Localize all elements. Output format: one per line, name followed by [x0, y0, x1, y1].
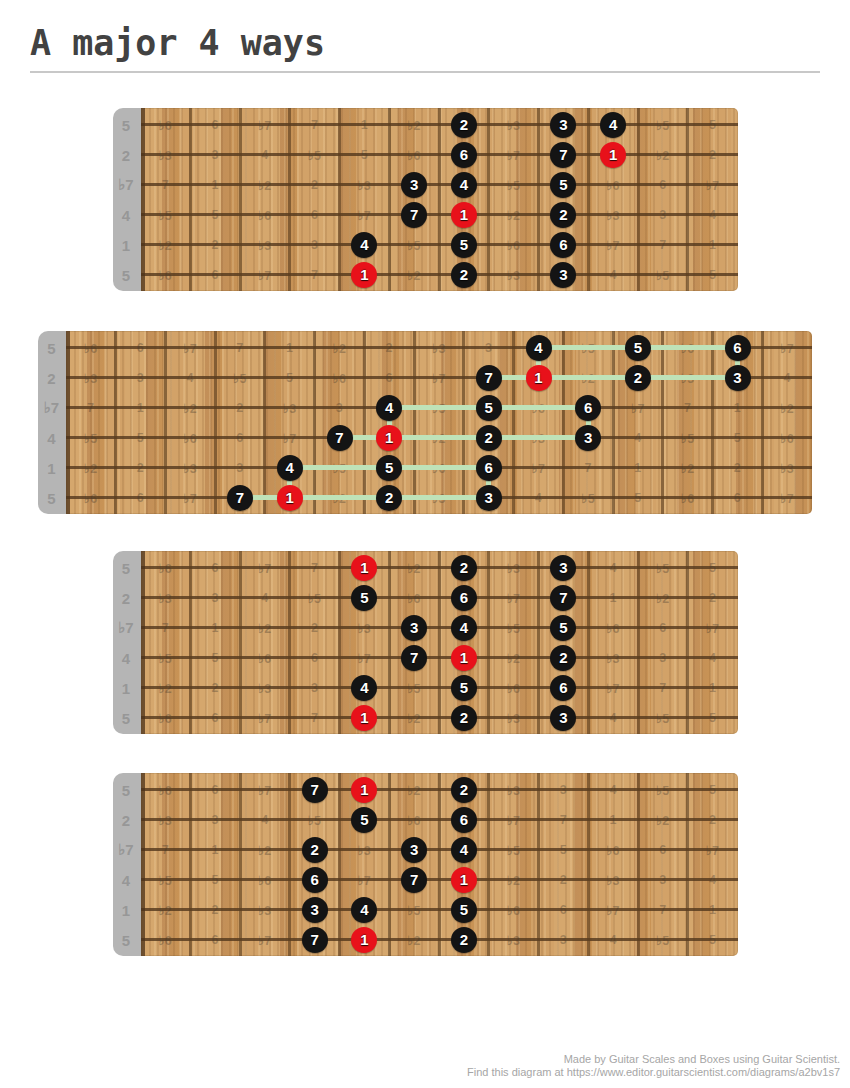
footer: Made by Guitar Scales and Boxes using Gu…	[467, 1053, 840, 1079]
fret-wire	[661, 331, 664, 514]
ghost-interval-label: 4	[634, 431, 641, 445]
open-string-interval-label: 5	[113, 709, 140, 726]
open-string-interval-label: 2	[113, 589, 140, 606]
ghost-interval-label: 3	[211, 591, 218, 605]
open-string-interval-label: 1	[38, 459, 65, 476]
ghost-interval-label: 7	[162, 843, 169, 857]
ghost-interval-label: ♭2	[656, 590, 670, 605]
ghost-interval-label: ♭2	[84, 460, 98, 475]
ghost-interval-label: ♭6	[507, 237, 521, 252]
fret-wire	[239, 108, 242, 291]
scale-note-dot: 7	[302, 927, 328, 953]
scale-note-dot: 7	[401, 867, 427, 893]
scale-note-dot: 2	[376, 485, 402, 511]
ghost-interval-label: ♭2	[656, 812, 670, 827]
ghost-interval-label: ♭2	[656, 147, 670, 162]
fret-wire	[338, 108, 341, 291]
ghost-interval-label: 2	[211, 903, 218, 917]
open-string-interval-label: ♭7	[113, 619, 140, 637]
title-divider	[30, 71, 820, 73]
ghost-interval-label: 4	[609, 561, 616, 575]
ghost-interval-label: 6	[311, 651, 318, 665]
ghost-interval-label: 4	[709, 651, 716, 665]
root-note-dot: 1	[600, 142, 626, 168]
scale-note-dot: 3	[550, 705, 576, 731]
ghost-interval-label: 3	[659, 651, 666, 665]
ghost-interval-label: ♭7	[357, 872, 371, 887]
scale-note-dot: 6	[725, 335, 751, 361]
ghost-interval-label: ♭7	[706, 177, 720, 192]
ghost-interval-label: 5	[137, 431, 144, 445]
ghost-interval-label: 1	[709, 238, 716, 252]
ghost-interval-label: ♭6	[606, 177, 620, 192]
ghost-interval-label: 4	[187, 371, 194, 385]
fret-wire	[438, 551, 441, 734]
ghost-interval-label: ♭5	[656, 782, 670, 797]
ghost-interval-label: 5	[709, 268, 716, 282]
fret-wire	[263, 331, 266, 514]
scale-note-dot: 4	[351, 897, 377, 923]
ghost-interval-label: ♭2	[258, 177, 272, 192]
open-string-interval-label: 5	[113, 116, 140, 133]
ghost-interval-label: ♭6	[158, 117, 172, 132]
scale-note-dot: 3	[401, 837, 427, 863]
ghost-interval-label: ♭2	[407, 560, 421, 575]
ghost-interval-label: ♭5	[656, 267, 670, 282]
ghost-interval-label: ♭3	[158, 812, 172, 827]
root-note-dot: 1	[277, 485, 303, 511]
ghost-interval-label: 5	[634, 491, 641, 505]
scale-note-dot: 5	[550, 172, 576, 198]
ghost-interval-label: 6	[560, 903, 567, 917]
ghost-interval-label: 1	[211, 178, 218, 192]
ghost-interval-label: ♭7	[258, 267, 272, 282]
open-string-interval-label: 5	[113, 266, 140, 283]
open-string-interval-label: ♭7	[113, 841, 140, 859]
fret-wire	[338, 551, 341, 734]
scale-note-dot: 7	[327, 425, 353, 451]
ghost-interval-label: 2	[560, 873, 567, 887]
fret-wire	[637, 551, 640, 734]
nut-line	[141, 773, 145, 956]
ghost-interval-label: ♭7	[432, 370, 446, 385]
ghost-interval-label: ♭5	[507, 842, 521, 857]
ghost-interval-label: 3	[560, 933, 567, 947]
nut-line	[141, 108, 145, 291]
ghost-interval-label: 6	[659, 178, 666, 192]
ghost-interval-label: 7	[311, 561, 318, 575]
ghost-interval-label: ♭7	[258, 560, 272, 575]
scale-note-dot: 6	[451, 807, 477, 833]
open-string-interval-label: 2	[113, 146, 140, 163]
fret-wire	[438, 108, 441, 291]
ghost-interval-label: 7	[236, 341, 243, 355]
fret-wire	[388, 108, 391, 291]
ghost-interval-label: 1	[137, 401, 144, 415]
open-string-interval-label: 1	[113, 901, 140, 918]
ghost-interval-label: ♭6	[158, 560, 172, 575]
ghost-interval-label: ♭6	[258, 872, 272, 887]
scale-note-dot: 7	[476, 365, 502, 391]
ghost-interval-label: ♭2	[507, 650, 521, 665]
ghost-interval-label: 5	[709, 711, 716, 725]
fret-wire	[114, 331, 117, 514]
ghost-interval-label: 2	[137, 461, 144, 475]
fret-wire	[388, 551, 391, 734]
root-note-dot: 1	[351, 927, 377, 953]
scale-note-dot: 3	[550, 112, 576, 138]
ghost-interval-label: 7	[659, 903, 666, 917]
fretboard-way-4-box-position: 52♭7415♭66♭771♭22♭334♭55♭334♭55♭66♭771♭2…	[113, 773, 738, 956]
ghost-interval-label: ♭3	[158, 147, 172, 162]
ghost-interval-label: ♭2	[407, 932, 421, 947]
fret-wire	[761, 331, 764, 514]
ghost-interval-label: ♭7	[507, 147, 521, 162]
ghost-interval-label: 2	[386, 341, 393, 355]
scale-note-dot: 7	[401, 645, 427, 671]
ghost-interval-label: ♭2	[407, 267, 421, 282]
fret-wire	[487, 773, 490, 956]
ghost-interval-label: ♭3	[507, 267, 521, 282]
ghost-interval-label: ♭6	[84, 340, 98, 355]
ghost-interval-label: 6	[659, 843, 666, 857]
root-note-dot: 1	[351, 705, 377, 731]
ghost-interval-label: 1	[709, 903, 716, 917]
ghost-interval-label: 1	[609, 591, 616, 605]
ghost-interval-label: ♭5	[308, 147, 322, 162]
ghost-interval-label: ♭2	[780, 400, 794, 415]
ghost-interval-label: ♭6	[158, 267, 172, 282]
ghost-interval-label: 4	[609, 783, 616, 797]
scale-note-dot: 4	[600, 112, 626, 138]
ghost-interval-label: ♭6	[183, 430, 197, 445]
ghost-interval-label: ♭5	[507, 177, 521, 192]
ghost-interval-label: 7	[659, 238, 666, 252]
ghost-interval-label: ♭5	[308, 590, 322, 605]
scale-note-dot: 7	[550, 142, 576, 168]
ghost-interval-label: 3	[311, 681, 318, 695]
open-string-interval-label: 4	[113, 649, 140, 666]
ghost-interval-label: 2	[311, 621, 318, 635]
nut-open-strings: 52♭7415	[113, 108, 141, 291]
open-string-interval-label: 5	[113, 559, 140, 576]
root-note-dot: 1	[351, 262, 377, 288]
ghost-interval-label: 6	[211, 118, 218, 132]
scale-note-dot: 2	[550, 202, 576, 228]
ghost-interval-label: 5	[211, 873, 218, 887]
ghost-interval-label: ♭2	[407, 782, 421, 797]
ghost-interval-label: 7	[311, 711, 318, 725]
fret-wire	[487, 108, 490, 291]
fret-wire	[537, 108, 540, 291]
ghost-interval-label: 2	[311, 178, 318, 192]
ghost-interval-label: ♭7	[258, 782, 272, 797]
ghost-interval-label: ♭5	[233, 370, 247, 385]
fretboard-way-2-three-notes-per-string: 52♭7415♭66♭771♭22♭334♭55♭66♭7♭334♭55♭66♭…	[38, 331, 812, 514]
scale-note-dot: 3	[401, 172, 427, 198]
scale-note-dot: 3	[476, 485, 502, 511]
scale-note-dot: 3	[725, 365, 751, 391]
ghost-interval-label: ♭6	[606, 842, 620, 857]
ghost-interval-label: 6	[386, 371, 393, 385]
ghost-interval-label: ♭3	[183, 460, 197, 475]
ghost-interval-label: 1	[709, 681, 716, 695]
nut-open-strings: 52♭7415	[38, 331, 66, 514]
ghost-interval-label: ♭2	[407, 117, 421, 132]
open-string-interval-label: 5	[113, 781, 140, 798]
scale-note-dot: 5	[451, 232, 477, 258]
ghost-interval-label: 5	[361, 148, 368, 162]
ghost-interval-label: 2	[709, 148, 716, 162]
nut-line	[141, 551, 145, 734]
scale-note-dot: 3	[401, 615, 427, 641]
fretboard-wood: ♭66♭771♭22♭334♭55♭334♭55♭66♭771♭2271♭22♭…	[141, 108, 738, 291]
ghost-interval-label: 3	[211, 148, 218, 162]
ghost-interval-label: ♭3	[432, 340, 446, 355]
fret-wire	[537, 773, 540, 956]
scale-note-dot: 4	[376, 395, 402, 421]
fret-wire	[239, 551, 242, 734]
ghost-interval-label: 4	[261, 813, 268, 827]
ghost-interval-label: ♭2	[158, 237, 172, 252]
ghost-interval-label: ♭3	[258, 237, 272, 252]
ghost-interval-label: 3	[211, 813, 218, 827]
ghost-interval-label: 3	[659, 873, 666, 887]
ghost-interval-label: 2	[709, 591, 716, 605]
fret-wire	[686, 551, 689, 734]
fret-wire	[637, 773, 640, 956]
scale-note-dot: 4	[451, 172, 477, 198]
open-string-interval-label: 4	[113, 206, 140, 223]
ghost-interval-label: ♭5	[656, 932, 670, 947]
fret-wire	[413, 331, 416, 514]
ghost-interval-label: ♭2	[258, 842, 272, 857]
ghost-interval-label: 5	[709, 783, 716, 797]
footer-url: Find this diagram at https://www.editor.…	[467, 1066, 840, 1079]
open-string-interval-label: 5	[38, 489, 65, 506]
ghost-interval-label: ♭7	[183, 490, 197, 505]
scale-note-dot: 2	[451, 555, 477, 581]
scale-note-dot: 5	[376, 455, 402, 481]
fret-wire	[711, 331, 714, 514]
open-string-interval-label: 4	[113, 871, 140, 888]
ghost-interval-label: ♭7	[606, 680, 620, 695]
ghost-interval-label: 3	[485, 341, 492, 355]
ghost-interval-label: 6	[734, 491, 741, 505]
root-note-dot: 1	[376, 425, 402, 451]
ghost-interval-label: 5	[560, 843, 567, 857]
scale-note-dot: 2	[451, 112, 477, 138]
ghost-interval-label: 7	[162, 621, 169, 635]
fret-wire	[239, 773, 242, 956]
ghost-interval-label: 1	[361, 118, 368, 132]
footer-credit: Made by Guitar Scales and Boxes using Gu…	[467, 1053, 840, 1066]
ghost-interval-label: ♭2	[507, 872, 521, 887]
scale-note-dot: 4	[451, 615, 477, 641]
ghost-interval-label: ♭5	[407, 680, 421, 695]
ghost-interval-label: 6	[137, 341, 144, 355]
fret-wire	[338, 773, 341, 956]
fret-wire	[189, 773, 192, 956]
ghost-interval-label: 2	[211, 681, 218, 695]
scale-note-dot: 5	[625, 335, 651, 361]
ghost-interval-label: 6	[311, 208, 318, 222]
scale-note-dot: 2	[451, 262, 477, 288]
ghost-interval-label: ♭7	[631, 400, 645, 415]
scale-note-dot: 2	[550, 645, 576, 671]
ghost-interval-label: 6	[659, 621, 666, 635]
fret-wire	[189, 551, 192, 734]
ghost-interval-label: 7	[311, 268, 318, 282]
scale-note-dot: 6	[451, 142, 477, 168]
ghost-interval-label: ♭3	[357, 177, 371, 192]
fret-wire	[612, 331, 615, 514]
scale-note-dot: 3	[302, 897, 328, 923]
ghost-interval-label: ♭6	[606, 620, 620, 635]
ghost-interval-label: 7	[585, 461, 592, 475]
ghost-interval-label: 5	[709, 118, 716, 132]
fret-wire	[313, 331, 316, 514]
scale-note-dot: 5	[451, 897, 477, 923]
ghost-interval-label: ♭3	[507, 932, 521, 947]
ghost-interval-label: ♭3	[606, 872, 620, 887]
ghost-interval-label: ♭5	[407, 902, 421, 917]
ghost-interval-label: ♭3	[258, 902, 272, 917]
ghost-interval-label: 4	[709, 208, 716, 222]
open-string-interval-label: ♭7	[38, 399, 65, 417]
scale-note-dot: 4	[526, 335, 552, 361]
scale-note-dot: 7	[550, 585, 576, 611]
ghost-interval-label: 1	[609, 813, 616, 827]
ghost-interval-label: 5	[709, 561, 716, 575]
ghost-interval-label: ♭6	[507, 680, 521, 695]
fret-wire	[487, 551, 490, 734]
ghost-interval-label: ♭5	[656, 117, 670, 132]
fretboard-wood: ♭66♭771♭22♭334♭55♭334♭55♭66♭771♭2271♭22♭…	[141, 773, 738, 956]
fret-wire	[388, 773, 391, 956]
ghost-interval-label: ♭2	[183, 400, 197, 415]
fretboard-wood: ♭66♭771♭22♭334♭55♭66♭7♭334♭55♭66♭771♭22♭…	[66, 331, 812, 514]
ghost-interval-label: ♭5	[656, 560, 670, 575]
ghost-interval-label: ♭5	[158, 650, 172, 665]
ghost-interval-label: 5	[211, 208, 218, 222]
page-title: A major 4 ways	[30, 22, 325, 64]
ghost-interval-label: ♭3	[507, 782, 521, 797]
ghost-interval-label: ♭7	[258, 710, 272, 725]
nut-open-strings: 52♭7415	[113, 773, 141, 956]
root-note-dot: 1	[351, 777, 377, 803]
ghost-interval-label: 5	[211, 651, 218, 665]
ghost-interval-label: 4	[709, 873, 716, 887]
ghost-interval-label: 5	[734, 431, 741, 445]
scale-note-dot: 2	[625, 365, 651, 391]
fret-wire	[438, 773, 441, 956]
open-string-interval-label: 1	[113, 679, 140, 696]
scale-note-dot: 3	[550, 262, 576, 288]
ghost-interval-label: 7	[684, 401, 691, 415]
ghost-interval-label: 6	[211, 711, 218, 725]
ghost-interval-label: ♭6	[407, 147, 421, 162]
ghost-interval-label: ♭7	[780, 490, 794, 505]
scale-note-dot: 4	[351, 675, 377, 701]
ghost-interval-label: ♭7	[507, 812, 521, 827]
scale-note-dot: 6	[476, 455, 502, 481]
open-string-interval-label: 5	[113, 931, 140, 948]
ghost-interval-label: 6	[211, 268, 218, 282]
scale-note-dot: 5	[476, 395, 502, 421]
ghost-interval-label: 5	[286, 371, 293, 385]
ghost-interval-label: 3	[137, 371, 144, 385]
ghost-interval-label: ♭3	[780, 460, 794, 475]
ghost-interval-label: 3	[336, 401, 343, 415]
ghost-interval-label: ♭3	[357, 842, 371, 857]
ghost-interval-label: ♭6	[407, 590, 421, 605]
ghost-interval-label: ♭2	[333, 340, 347, 355]
ghost-interval-label: ♭5	[84, 430, 98, 445]
ghost-interval-label: ♭3	[507, 710, 521, 725]
ghost-interval-label: ♭6	[258, 650, 272, 665]
ghost-interval-label: 2	[236, 401, 243, 415]
fret-wire	[587, 551, 590, 734]
open-string-interval-label: 2	[38, 369, 65, 386]
ghost-interval-label: ♭7	[258, 117, 272, 132]
ghost-interval-label: ♭5	[656, 710, 670, 725]
ghost-interval-label: 3	[560, 783, 567, 797]
ghost-interval-label: 7	[162, 178, 169, 192]
ghost-interval-label: ♭7	[606, 237, 620, 252]
scale-note-dot: 5	[451, 675, 477, 701]
ghost-interval-label: 7	[87, 401, 94, 415]
ghost-interval-label: ♭6	[780, 430, 794, 445]
ghost-interval-label: 4	[261, 148, 268, 162]
ghost-interval-label: ♭3	[507, 560, 521, 575]
ghost-interval-label: 1	[286, 341, 293, 355]
fret-wire	[363, 331, 366, 514]
ghost-interval-label: 4	[609, 711, 616, 725]
ghost-interval-label: ♭7	[706, 842, 720, 857]
scale-note-dot: 4	[351, 232, 377, 258]
ghost-interval-label: 7	[659, 681, 666, 695]
ghost-interval-label: ♭7	[780, 340, 794, 355]
ghost-interval-label: ♭3	[84, 370, 98, 385]
scale-note-dot: 5	[351, 585, 377, 611]
fret-wire	[189, 108, 192, 291]
ghost-interval-label: 5	[709, 933, 716, 947]
ghost-interval-label: 4	[609, 933, 616, 947]
ghost-interval-label: 4	[609, 268, 616, 282]
scale-note-dot: 6	[550, 232, 576, 258]
root-note-dot: 1	[351, 555, 377, 581]
ghost-interval-label: ♭7	[283, 430, 297, 445]
fret-wire	[288, 551, 291, 734]
ghost-interval-label: ♭6	[158, 782, 172, 797]
ghost-interval-label: 6	[211, 933, 218, 947]
scale-note-dot: 4	[451, 837, 477, 863]
nut-line	[66, 331, 70, 514]
ghost-interval-label: ♭6	[258, 207, 272, 222]
fretboard-way-1-box-position: 52♭7415♭66♭771♭22♭334♭55♭334♭55♭66♭771♭2…	[113, 108, 738, 291]
fret-wire	[288, 773, 291, 956]
ghost-interval-label: ♭2	[258, 620, 272, 635]
ghost-interval-label: ♭6	[407, 812, 421, 827]
ghost-interval-label: 1	[634, 461, 641, 475]
fret-wire	[537, 551, 540, 734]
open-string-interval-label: 1	[113, 236, 140, 253]
ghost-interval-label: ♭7	[507, 590, 521, 605]
fret-wire	[512, 331, 515, 514]
root-note-dot: 1	[451, 645, 477, 671]
fret-wire	[637, 108, 640, 291]
